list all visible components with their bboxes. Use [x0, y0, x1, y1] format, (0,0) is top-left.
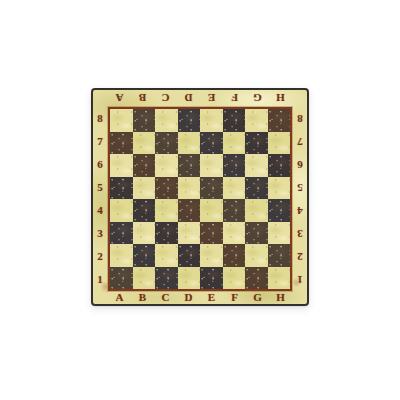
square-b7[interactable]: [133, 132, 156, 155]
rank-label: 1: [293, 268, 307, 291]
file-label: G: [246, 290, 269, 304]
rank-label: 5: [93, 176, 107, 199]
square-h7[interactable]: [268, 132, 291, 155]
square-d6[interactable]: [178, 154, 201, 177]
square-d4[interactable]: [178, 199, 201, 222]
square-f4[interactable]: [223, 199, 246, 222]
inner-frame: [108, 107, 292, 291]
file-label: C: [154, 290, 177, 304]
square-g6[interactable]: [245, 154, 268, 177]
square-c5[interactable]: [155, 177, 178, 200]
rank-label: 5: [293, 176, 307, 199]
square-f6[interactable]: [223, 154, 246, 177]
rank-labels-right: 87654321: [293, 107, 307, 291]
square-a8[interactable]: [110, 109, 133, 132]
square-c3[interactable]: [155, 222, 178, 245]
file-label: E: [200, 90, 223, 106]
rank-label: 6: [293, 153, 307, 176]
chess-board: ABCDEFGH ABCDEFGH 87654321 87654321: [91, 88, 309, 306]
file-label: A: [108, 90, 131, 106]
rank-label: 8: [93, 107, 107, 130]
square-e7[interactable]: [200, 132, 223, 155]
square-e6[interactable]: [200, 154, 223, 177]
square-d2[interactable]: [178, 244, 201, 267]
rank-label: 1: [93, 268, 107, 291]
square-g7[interactable]: [245, 132, 268, 155]
square-e8[interactable]: [200, 109, 223, 132]
rank-label: 8: [293, 107, 307, 130]
file-labels-bottom: ABCDEFGH: [108, 290, 292, 304]
rank-labels-left: 87654321: [93, 107, 107, 291]
square-h5[interactable]: [268, 177, 291, 200]
square-h1[interactable]: [268, 267, 291, 290]
square-f5[interactable]: [223, 177, 246, 200]
rank-label: 7: [293, 130, 307, 153]
square-e4[interactable]: [200, 199, 223, 222]
file-label: F: [223, 290, 246, 304]
square-e2[interactable]: [200, 244, 223, 267]
square-a3[interactable]: [110, 222, 133, 245]
square-b5[interactable]: [133, 177, 156, 200]
square-g3[interactable]: [245, 222, 268, 245]
rank-label: 6: [93, 153, 107, 176]
square-c6[interactable]: [155, 154, 178, 177]
square-f1[interactable]: [223, 267, 246, 290]
file-label: D: [177, 90, 200, 106]
rank-label: 7: [93, 130, 107, 153]
square-g5[interactable]: [245, 177, 268, 200]
square-g4[interactable]: [245, 199, 268, 222]
square-h2[interactable]: [268, 244, 291, 267]
square-h6[interactable]: [268, 154, 291, 177]
square-a4[interactable]: [110, 199, 133, 222]
square-h4[interactable]: [268, 199, 291, 222]
square-g8[interactable]: [245, 109, 268, 132]
square-f3[interactable]: [223, 222, 246, 245]
rank-label: 3: [293, 222, 307, 245]
square-f8[interactable]: [223, 109, 246, 132]
file-label: E: [200, 290, 223, 304]
square-b2[interactable]: [133, 244, 156, 267]
square-c1[interactable]: [155, 267, 178, 290]
square-c8[interactable]: [155, 109, 178, 132]
square-a6[interactable]: [110, 154, 133, 177]
square-b6[interactable]: [133, 154, 156, 177]
square-g1[interactable]: [245, 267, 268, 290]
square-d5[interactable]: [178, 177, 201, 200]
square-c4[interactable]: [155, 199, 178, 222]
square-f2[interactable]: [223, 244, 246, 267]
rank-label: 3: [93, 222, 107, 245]
square-b1[interactable]: [133, 267, 156, 290]
file-labels-top: ABCDEFGH: [108, 90, 292, 106]
square-d7[interactable]: [178, 132, 201, 155]
playfield-grid: [110, 109, 290, 289]
square-c7[interactable]: [155, 132, 178, 155]
file-label: D: [177, 290, 200, 304]
rank-label: 2: [93, 245, 107, 268]
file-label: H: [269, 290, 292, 304]
file-label: F: [223, 90, 246, 106]
square-h3[interactable]: [268, 222, 291, 245]
rank-label: 4: [93, 199, 107, 222]
file-label: B: [131, 290, 154, 304]
file-label: C: [154, 90, 177, 106]
square-e1[interactable]: [200, 267, 223, 290]
square-b4[interactable]: [133, 199, 156, 222]
file-label: G: [246, 90, 269, 106]
square-d1[interactable]: [178, 267, 201, 290]
square-b3[interactable]: [133, 222, 156, 245]
square-d3[interactable]: [178, 222, 201, 245]
rank-label: 4: [293, 199, 307, 222]
file-label: A: [108, 290, 131, 304]
square-a1[interactable]: [110, 267, 133, 290]
square-d8[interactable]: [178, 109, 201, 132]
file-label: B: [131, 90, 154, 106]
square-a7[interactable]: [110, 132, 133, 155]
square-a2[interactable]: [110, 244, 133, 267]
file-label: H: [269, 90, 292, 106]
square-g2[interactable]: [245, 244, 268, 267]
square-f7[interactable]: [223, 132, 246, 155]
square-h8[interactable]: [268, 109, 291, 132]
photo-background: ABCDEFGH ABCDEFGH 87654321 87654321: [0, 0, 400, 400]
square-e5[interactable]: [200, 177, 223, 200]
rank-label: 2: [293, 245, 307, 268]
square-c2[interactable]: [155, 244, 178, 267]
square-e3[interactable]: [200, 222, 223, 245]
square-a5[interactable]: [110, 177, 133, 200]
square-b8[interactable]: [133, 109, 156, 132]
